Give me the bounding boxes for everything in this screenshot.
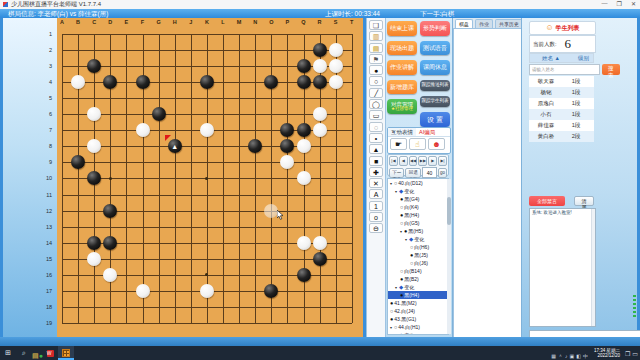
action-button-新增题库[interactable]: 新增题库	[387, 80, 417, 95]
move-navigation: |◀◀◀◀▶▶▶▶| 下一变化 回退步数 go	[387, 154, 449, 176]
black-stone-D12	[103, 204, 117, 218]
tree-node-18[interactable]: ▾○44.白(H1)	[388, 323, 448, 331]
student-row-黄白桥[interactable]: 黄白桥2段	[529, 131, 594, 142]
nav-button-4[interactable]: ▶	[428, 156, 437, 166]
next-variation-button[interactable]: 下一变化	[389, 168, 404, 178]
chat-box[interactable]: 系统: 欢迎进入教室!	[529, 208, 596, 327]
flag-tool-icon[interactable]: ⚑	[369, 54, 383, 64]
white-stone-Q8	[297, 139, 311, 153]
emoji-box: 互动表情 AI编局 ☛☝☻	[387, 127, 451, 154]
new-board-icon[interactable]: ❏	[369, 20, 383, 30]
search-button[interactable]: 搜索	[602, 64, 620, 75]
close-button[interactable]: ✕	[631, 0, 636, 7]
file-explorer-icon[interactable]: ▤	[32, 352, 39, 359]
column-name[interactable]: 姓名 ▲	[542, 55, 560, 62]
nav-button-2[interactable]: ◀◀	[409, 156, 418, 166]
white-stone-R3	[313, 59, 327, 73]
tab-棋盘[interactable]: 棋盘	[455, 19, 473, 28]
tree-node-9[interactable]: ●黑(J5)	[388, 251, 448, 259]
hand-emoji-icon[interactable]: ☛	[390, 138, 407, 150]
student-panel: ☺ 学生列表 当前人数: 6 姓名 ▲ 级别 搜索 敬天霖1段杨铭1段原逸白1段…	[521, 18, 637, 337]
black-stone-G6	[152, 107, 166, 121]
white-stone-S3	[329, 59, 343, 73]
tree-node-4[interactable]: ●黑(H4)	[388, 211, 448, 219]
thumbs-up-emoji-icon[interactable]: ☝	[409, 138, 426, 150]
tray-icon-3[interactable]: ▣	[569, 353, 574, 359]
last-move-flag	[165, 135, 171, 141]
tree-node-15[interactable]: ●41.黑(M2)	[388, 299, 448, 307]
tree-node-17[interactable]: ●43.黑(G1)	[388, 315, 448, 323]
mouse-cursor	[277, 210, 284, 220]
student-row-敬天霖[interactable]: 敬天霖1段	[529, 76, 594, 87]
student-count: 6	[565, 36, 572, 52]
action-button-设置[interactable]: 设 置	[420, 112, 450, 128]
black-stone-R4	[313, 75, 327, 89]
chat-message: 系统: 欢迎进入教室!	[530, 209, 595, 216]
white-stone-K17	[200, 284, 214, 298]
tree-node-1[interactable]: ▾◆变化	[388, 187, 448, 195]
student-row-杨铭[interactable]: 杨铭1段	[529, 87, 594, 98]
number-tool-icon[interactable]: 1	[369, 201, 383, 211]
info-bar: 棋局信息: 李老师(白) vs 薛佳霖(黑) 上课时长: 00:33:44 下一…	[0, 9, 640, 18]
clear-button[interactable]: 清屏	[574, 196, 594, 206]
angry-face-emoji-icon[interactable]: ☻	[428, 138, 445, 150]
black-stone-P8	[280, 139, 294, 153]
tray-icon-2[interactable]: ♪	[565, 353, 568, 359]
student-rows: 敬天霖1段杨铭1段原逸白1段小石1段薛佳霖1段黄白桥2段	[529, 76, 594, 142]
black-stone-C14	[87, 236, 101, 250]
x-mark-tool-icon[interactable]: ✕	[369, 178, 383, 188]
black-stone-R2	[313, 43, 327, 57]
black-stone-F4	[136, 75, 150, 89]
white-stone-R14	[313, 236, 327, 250]
red-app-icon[interactable]: W	[47, 350, 54, 357]
letter-tool-icon[interactable]: A	[369, 189, 383, 199]
go-app-icon[interactable]	[58, 346, 74, 360]
app-window: 少儿围棋直播平台老师端 V1.7.7.4 — ❐ ✕ 棋局信息: 李老师(白) …	[0, 0, 640, 360]
black-stone-K4	[200, 75, 214, 89]
control-column: 结束上课现场出题作业讲解新增题库对弈管理★社团管理形势判断测试语音课间休息跟踪推…	[386, 18, 453, 337]
black-stone-Q4	[297, 75, 311, 89]
black-stone-D4	[103, 75, 117, 89]
nav-button-1[interactable]: ◀	[399, 156, 408, 166]
student-row-原逸白[interactable]: 原逸白1段	[529, 98, 594, 109]
action-button-对弈管理[interactable]: 对弈管理★社团管理	[387, 99, 417, 114]
tree-node-10[interactable]: ○白(J6)	[388, 259, 448, 267]
white-stone-S2	[329, 43, 343, 57]
window-title: 少儿围棋直播平台老师端 V1.7.7.4	[11, 0, 101, 9]
tree-node-5[interactable]: ○白(G5)	[388, 219, 448, 227]
tree-node-11[interactable]: ○白(B14)	[388, 267, 448, 275]
white-stone-F7	[136, 123, 150, 137]
tree-scrollbar[interactable]	[447, 179, 451, 334]
app-icon	[3, 2, 8, 7]
ellipse-tool-icon[interactable]: ◌	[369, 122, 383, 132]
dot-tool-icon[interactable]: •	[369, 133, 383, 143]
nav-button-3[interactable]: ▶▶	[418, 156, 427, 166]
taskbar-clock[interactable]: 17:34 星期二2022/12/20	[594, 348, 620, 359]
action-button-作业讲解[interactable]: 作业讲解	[387, 60, 417, 75]
erase-tool-icon[interactable]: ⊖	[369, 223, 383, 233]
black-stone-C3	[87, 59, 101, 73]
action-button-形势判断[interactable]: 形势判断	[420, 21, 450, 36]
white-stone-C6	[87, 107, 101, 121]
tray-icon-1[interactable]: ＾	[558, 353, 563, 359]
square-tool-icon[interactable]: ■	[369, 156, 383, 166]
chat-scrollbar[interactable]	[591, 209, 595, 326]
variation-tree: ▾○40.白(D12)▾◆变化●黑(G4)○白(K4)●黑(H4)○白(G5)▾…	[387, 178, 449, 335]
action-button-现场出题[interactable]: 现场出题	[387, 41, 417, 56]
student-row-薛佳霖[interactable]: 薛佳霖1段	[529, 120, 594, 131]
preview-panel	[453, 29, 521, 337]
action-button-结束上课[interactable]: 结束上课	[387, 21, 417, 36]
tab-ai-compose[interactable]: AI编局	[416, 128, 438, 136]
tab-interactive-emoji[interactable]: 互动表情	[388, 128, 416, 136]
white-stone-B4	[71, 75, 85, 89]
ghost-white-stone-O12	[264, 204, 278, 218]
tab-作业[interactable]: 作业	[475, 19, 493, 28]
student-search-input[interactable]	[529, 64, 600, 75]
action-buttons: 结束上课现场出题作业讲解新增题库对弈管理★社团管理形势判断测试语音课间休息跟踪推…	[387, 21, 451, 127]
minimize-button[interactable]: —	[602, 0, 608, 7]
action-button-课间休息[interactable]: 课间休息	[420, 60, 450, 75]
taskbar: ⊞ ⌕ ▤● W ▦＾♪▣◧中 17:34 星期二2022/12/20 ❐ ▭	[0, 346, 640, 360]
student-list-columns: 姓名 ▲ 级别	[529, 53, 594, 63]
action-center-icon[interactable]: ▭	[632, 350, 638, 357]
window-bottom-strip	[0, 337, 640, 346]
tree-node-14[interactable]: ●黑(H4)	[388, 291, 448, 299]
tree-node-3[interactable]: ○白(K4)	[388, 203, 448, 211]
start-button[interactable]: ⊞	[0, 346, 16, 360]
tree-node-12[interactable]: ●黑(B2)	[388, 275, 448, 283]
black-stone-R15	[313, 252, 327, 266]
notes-icon[interactable]: ❐	[625, 350, 630, 357]
go-button[interactable]: go	[438, 168, 447, 178]
preview-tabs: 棋盘作业共享历史	[453, 18, 521, 29]
tree-node-0[interactable]: ▾○40.白(D12)	[388, 179, 448, 187]
tree-node-16[interactable]: ○42.白(J4)	[388, 307, 448, 315]
student-row-小石[interactable]: 小石1段	[529, 109, 594, 120]
black-stone-O4	[264, 75, 278, 89]
white-stone-C15	[87, 252, 101, 266]
black-stone-Q3	[297, 59, 311, 73]
green-app-icon[interactable]: ●	[39, 352, 43, 359]
back-steps-button[interactable]: 回退步数	[405, 168, 420, 178]
tree-node-19[interactable]: ▾◆变化	[388, 331, 448, 335]
triangle-tool-icon[interactable]: ▲	[369, 144, 383, 154]
mute-all-button[interactable]: 全部禁言	[529, 196, 565, 206]
tree-node-2[interactable]: ●黑(G4)	[388, 195, 448, 203]
steps-input[interactable]	[422, 167, 437, 178]
tray-icon-5[interactable]: 中	[583, 353, 588, 359]
white-stone-C8	[87, 139, 101, 153]
small-circle-tool-icon[interactable]: o	[369, 212, 383, 222]
white-stone-Q14	[297, 236, 311, 250]
student-list-header: ☺ 学生列表	[529, 21, 596, 35]
white-stone-S4	[329, 75, 343, 89]
count-label: 当前人数:	[533, 41, 557, 48]
white-stone-D16	[103, 268, 117, 282]
board-row-numbers: 12345678910111213141516171819	[40, 18, 55, 337]
annotation-toolbar: ❏▥▤⚑●○╱◯▭◌•▲■✚✕A1o⊖	[366, 18, 386, 337]
black-stone-O17	[264, 284, 278, 298]
white-stone-R6	[313, 107, 327, 121]
tab-共享历史[interactable]: 共享历史	[495, 19, 523, 28]
column-level[interactable]: 级别	[578, 55, 589, 62]
white-stone-P9	[280, 155, 294, 169]
tree-node-13[interactable]: ▾◆变化	[388, 283, 448, 291]
circle-tool-icon[interactable]: ◯	[369, 99, 383, 109]
resize-indicator	[633, 295, 636, 317]
go-board[interactable]: ABCDEFGHJKLMNOPQRST ▲	[57, 18, 363, 337]
black-stone-B9	[71, 155, 85, 169]
white-stone-Q10	[297, 171, 311, 185]
white-stone-tool-icon[interactable]: ○	[369, 76, 383, 86]
tray-icon-0[interactable]: ▦	[551, 353, 556, 359]
action-button-跟踪推送列表[interactable]: 跟踪推送列表	[420, 80, 450, 91]
tree-node-6[interactable]: ▾●黑(H5)	[388, 227, 448, 235]
black-stone-P7	[280, 123, 294, 137]
black-stone-Q7	[297, 123, 311, 137]
student-count-box: 当前人数: 6	[529, 35, 596, 53]
white-stone-R7	[313, 123, 327, 137]
cross-tool-icon[interactable]: ✚	[369, 167, 383, 177]
restore-button[interactable]: ❐	[617, 0, 622, 7]
tree-node-8[interactable]: ○白(H6)	[388, 243, 448, 251]
black-stone-Q16	[297, 268, 311, 282]
black-stone-C10	[87, 171, 101, 185]
black-stone-N8	[248, 139, 262, 153]
black-stone-tool-icon[interactable]: ●	[369, 65, 383, 75]
tree-node-7[interactable]: ▾◆变化	[388, 235, 448, 243]
search-icon[interactable]: ⌕	[16, 346, 32, 360]
rect-tool-icon[interactable]: ▭	[369, 110, 383, 120]
white-stone-K7	[200, 123, 214, 137]
save-icon[interactable]: ▤	[369, 43, 383, 53]
line-tool-icon[interactable]: ╱	[369, 88, 383, 98]
action-button-跟踪学生列表[interactable]: 跟踪学生列表	[420, 96, 450, 107]
nav-button-0[interactable]: |◀	[389, 156, 398, 166]
white-stone-F17	[136, 284, 150, 298]
nav-button-5[interactable]: ▶|	[438, 156, 447, 166]
student-list-title: 学生列表	[556, 24, 580, 33]
tray-icon-4[interactable]: ◧	[576, 353, 581, 359]
tiger-icon: ☺	[545, 24, 553, 32]
black-stone-H8: ▲	[168, 139, 182, 153]
action-button-测试语音[interactable]: 测试语音	[420, 41, 450, 56]
black-stone-D14	[103, 236, 117, 250]
open-file-icon[interactable]: ▥	[369, 31, 383, 41]
